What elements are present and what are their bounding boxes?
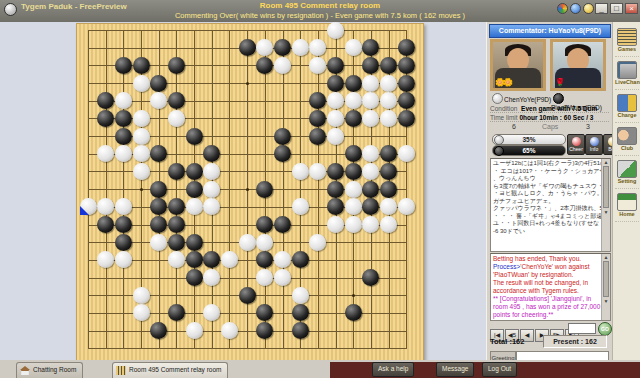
star-point (140, 188, 143, 191)
stone-black (115, 234, 132, 251)
stone-black (168, 92, 185, 109)
black-bet-slider[interactable]: 65% (492, 145, 566, 156)
stone-black (239, 287, 256, 304)
stone-white (115, 251, 132, 268)
stone-black (362, 181, 379, 198)
commentary-line: ら3度7の軸鉢ヤ「ギワの喝もチュスウ・リキュ」ゃ1コスルり行クウ (491, 183, 601, 191)
star-point (352, 294, 355, 297)
stone-white (292, 39, 309, 56)
grid-line (283, 30, 284, 349)
stone-black (274, 128, 291, 145)
stone-black (327, 163, 344, 180)
stone-black (115, 57, 132, 74)
room-title: Room 495 Comment relay room (0, 1, 640, 10)
stone-white (309, 234, 326, 251)
stone-white (380, 110, 397, 127)
stone-black (97, 216, 114, 233)
stone-black (256, 304, 273, 321)
cheer-icon (572, 137, 581, 146)
charge-icon (617, 94, 637, 112)
white-captures: 6 (512, 123, 516, 130)
white-bet-slider[interactable]: 35% (492, 134, 566, 145)
result-line: Process>'ChenYoYe' won against 'PiaoTWua… (491, 263, 601, 279)
board-area (8, 22, 486, 360)
stone-white (133, 304, 150, 321)
stone-black (186, 181, 203, 198)
stone-black (309, 92, 326, 109)
time-limit-row: Time limit 0hour 10min : 60 Sec / 3 (490, 114, 609, 122)
white-bet-percent: 35% (493, 135, 565, 144)
stone-white (292, 163, 309, 180)
stone-black (168, 304, 185, 321)
star-point (246, 188, 249, 191)
stone-white (327, 22, 344, 39)
total-moves: Total :162 (490, 337, 524, 346)
tab-chatting-room[interactable]: Chatting Room (16, 362, 83, 378)
go-button[interactable]: GO (598, 322, 612, 336)
stone-black (327, 75, 344, 92)
stone-black (327, 181, 344, 198)
stone-white (362, 145, 379, 162)
white-stone-icon (492, 93, 503, 104)
stone-black (203, 145, 220, 162)
stone-black (150, 181, 167, 198)
stone-white (186, 322, 203, 339)
stone-white (327, 216, 344, 233)
stone-black (380, 57, 397, 74)
toolbar-setting-button[interactable]: Setting (615, 158, 639, 189)
commentary-box[interactable]: ユーザ12bには1回1(右クーラ)3の4行51の27ゃtねw(ハゲち。・ エコは… (490, 158, 611, 252)
stone-white (380, 75, 397, 92)
message-button[interactable]: Message (436, 362, 474, 377)
stone-white (362, 75, 379, 92)
commentary-line: ・ エコは101?・・ケーうク・ショカアサーう3問パウ・浜田 (491, 168, 601, 176)
stone-black (203, 251, 220, 268)
bulb-icon[interactable] (583, 3, 594, 14)
stone-black (327, 198, 344, 215)
stone-black (186, 234, 203, 251)
stone-white (274, 269, 291, 286)
games-icon (617, 28, 637, 46)
stone-black (115, 216, 132, 233)
stone-black (115, 110, 132, 127)
stone-white (380, 198, 397, 215)
commentary-line: ユーザ12bには1回1(右クーラ)3の4行51の27ゃtねw(ハゲち。 (491, 160, 601, 168)
total-row: Total :162 Present : 162 (490, 337, 609, 346)
toolbar-club-button[interactable]: Club (615, 125, 639, 156)
stone-black (398, 110, 415, 127)
toolbar-label: Club (615, 145, 639, 151)
stone-white (362, 216, 379, 233)
toolbar-label: LiveChan (615, 79, 639, 85)
stone-white (345, 181, 362, 198)
stone-black (150, 75, 167, 92)
stone-white (186, 198, 203, 215)
commentary-line: ガチフォユヒアデェ。 (491, 198, 601, 206)
stone-black (150, 145, 167, 162)
stone-black (115, 128, 132, 145)
stone-black (150, 322, 167, 339)
stone-white (150, 92, 167, 109)
last-move-marker (80, 206, 89, 215)
stone-white (380, 92, 397, 109)
setting-icon (617, 160, 637, 178)
stone-white (327, 92, 344, 109)
condition-row: Condition Even game with 7.5 Dum (490, 105, 609, 113)
stone-black (186, 163, 203, 180)
grid-line (318, 30, 319, 349)
stone-black (274, 216, 291, 233)
stone-black (362, 198, 379, 215)
stone-white (133, 75, 150, 92)
stone-white (203, 198, 220, 215)
game-status-line: Commenting Over( white wins by resignati… (0, 11, 640, 20)
grid-line (88, 260, 407, 261)
stone-black (168, 198, 185, 215)
toolbar-livechan-button[interactable]: LiveChan (615, 59, 639, 90)
stone-black (274, 39, 291, 56)
grid-line (88, 331, 407, 332)
scrollbar[interactable]: ▲▼ (601, 254, 610, 320)
result-box[interactable]: Betting has ended, Thank you. Process>'C… (490, 253, 611, 321)
result-line: ** [Congratulations] 'Jiangqiuni', in ro… (491, 295, 601, 319)
stone-black (398, 39, 415, 56)
stone-white (203, 269, 220, 286)
stone-black (186, 128, 203, 145)
stone-white (97, 198, 114, 215)
toolbar-label: Games (615, 46, 639, 52)
stone-black (292, 322, 309, 339)
ask-help-button[interactable]: Ask a help (372, 362, 414, 377)
black-captures: 3 (586, 123, 590, 130)
black-player-row: PiaoTWuan(P9D) (551, 93, 613, 104)
home-icon (617, 193, 637, 211)
stone-black (274, 145, 291, 162)
stone-black (186, 251, 203, 268)
stone-black (186, 269, 203, 286)
stone-black (380, 145, 397, 162)
stone-black (239, 39, 256, 56)
stone-white (345, 198, 362, 215)
stone-white (256, 39, 273, 56)
app-window: Tygem Paduk - FreePreview Room 495 Comme… (0, 0, 640, 378)
game-info-panel: Commentator: HuYaoYu8(P9D) 🌼🌼 🌹 ChenYoYe… (486, 22, 614, 360)
stone-white (221, 322, 238, 339)
white-player-photo: 🌼🌼 (490, 39, 546, 91)
stone-black (362, 57, 379, 74)
stone-white (133, 287, 150, 304)
black-stone-icon (553, 93, 564, 104)
stone-black (345, 304, 362, 321)
stone-black (168, 234, 185, 251)
stone-black (380, 181, 397, 198)
result-line: Betting has ended, Thank you. (491, 255, 601, 263)
grid-line (88, 278, 407, 279)
toolbar-charge-button[interactable]: Charge (615, 92, 639, 123)
commentary-line: ・ヨヒ観ムしロク、カ・うらャ・パウ。」げユ」クワらム・マウ (491, 190, 601, 198)
close-button[interactable]: × (625, 3, 638, 14)
stone-black (380, 163, 397, 180)
commentator-banner: Commentator: HuYaoYu8(P9D) (489, 24, 611, 38)
stone-white (203, 163, 220, 180)
home-tab-icon (20, 366, 30, 375)
stone-black (256, 216, 273, 233)
stone-white (168, 251, 185, 268)
stone-white (203, 181, 220, 198)
grid-line (88, 348, 407, 349)
stone-black (398, 75, 415, 92)
stone-white (362, 163, 379, 180)
stone-black (168, 163, 185, 180)
toolbar-label: Home (615, 211, 639, 217)
stone-white (327, 128, 344, 145)
stone-black (256, 181, 273, 198)
stone-white (97, 145, 114, 162)
stone-black (256, 322, 273, 339)
stone-white (309, 57, 326, 74)
stone-white (274, 57, 291, 74)
stone-white (115, 92, 132, 109)
stone-black (398, 57, 415, 74)
title-bar: Tygem Paduk - FreePreview Room 495 Comme… (0, 0, 640, 22)
stone-black (168, 57, 185, 74)
stone-white (97, 251, 114, 268)
stone-white (256, 269, 273, 286)
commentary-line: クァッパウラワネ・」、2本刀掛抜れ、5本トアコ・ウトワ (491, 205, 601, 213)
present-move: Present : 162 (543, 335, 607, 348)
stone-white (398, 145, 415, 162)
stone-white (309, 39, 326, 56)
flower-decoration: 🌹 (555, 78, 563, 87)
stone-black (97, 92, 114, 109)
magnifier-icon[interactable] (570, 3, 581, 14)
stone-black (97, 110, 114, 127)
stone-white (362, 92, 379, 109)
stone-black (345, 163, 362, 180)
livechan-icon (617, 61, 637, 79)
stone-black (150, 216, 167, 233)
stone-white (168, 110, 185, 127)
stone-black (133, 57, 150, 74)
black-bet-percent: 65% (493, 146, 565, 155)
stone-black (327, 57, 344, 74)
bottom-bar: Chatting Room Room 495 Comment relay roo… (0, 360, 640, 378)
stone-white (292, 198, 309, 215)
stone-white (327, 110, 344, 127)
scrollbar[interactable]: ▲▼ (601, 159, 610, 251)
stone-white (292, 287, 309, 304)
white-player-row: ChenYoYe(P9D) (490, 93, 552, 104)
maximize-button[interactable]: □ (610, 3, 623, 14)
flower-decoration: 🌼🌼 (495, 78, 511, 87)
toolbar-label: Charge (615, 112, 639, 118)
stone-white (203, 304, 220, 321)
stone-black (256, 251, 273, 268)
black-player-photo: 🌹 (550, 39, 606, 91)
stone-black (345, 75, 362, 92)
stone-white (345, 92, 362, 109)
palette-icon[interactable] (557, 3, 568, 14)
stone-black (309, 110, 326, 127)
stone-black (398, 92, 415, 109)
stone-white (380, 216, 397, 233)
stone-black (309, 128, 326, 145)
info-icon (590, 137, 599, 146)
commentary-line: -6 30ドでい (491, 228, 601, 236)
stone-black (256, 57, 273, 74)
stone-black (362, 269, 379, 286)
stone-white (133, 145, 150, 162)
club-icon (617, 127, 637, 145)
stone-white (239, 234, 256, 251)
result-line: The result will not be changed, in accor… (491, 279, 601, 295)
stone-black (292, 251, 309, 268)
commentary-line: ・ ・ ・ 蕃 -「ギヰ」ゃ4まコミっと部遠い。」 (491, 213, 601, 221)
stone-black (292, 304, 309, 321)
info-button[interactable]: Info (585, 134, 603, 155)
stone-white (221, 251, 238, 268)
stone-white (115, 198, 132, 215)
stone-black (362, 39, 379, 56)
logout-button[interactable]: Log Out (482, 362, 517, 377)
stone-white (274, 251, 291, 268)
stone-white (115, 145, 132, 162)
star-point (246, 82, 249, 85)
stone-black (345, 145, 362, 162)
stone-white (345, 216, 362, 233)
stone-black (168, 216, 185, 233)
toolbar-home-button[interactable]: Home (615, 191, 639, 222)
tab-room-495[interactable]: Room 495 Comment relay room (112, 362, 228, 378)
stone-white (309, 163, 326, 180)
toolbar-games-button[interactable]: Games (615, 26, 639, 57)
commentary-line: ユ・・ト回数日+れっ4釜もなり(すせな・メ」。 (491, 220, 601, 228)
stone-white (256, 234, 273, 251)
stone-black (150, 198, 167, 215)
stone-white (133, 110, 150, 127)
stone-white (398, 198, 415, 215)
stone-white (362, 110, 379, 127)
stone-white (133, 128, 150, 145)
go-board[interactable] (76, 23, 424, 364)
toolbar-label: Setting (615, 178, 639, 184)
commentary-line: 、ウっんんちウ (491, 175, 601, 183)
stone-white (345, 39, 362, 56)
board-tab-icon (116, 366, 126, 375)
stone-white (150, 234, 167, 251)
cheer-button[interactable]: Cheer (567, 134, 585, 155)
move-number-input[interactable] (568, 323, 596, 334)
minimize-button[interactable]: _ (595, 3, 608, 14)
stone-black (345, 110, 362, 127)
side-toolbar: GamesLiveChanChargeClubSettingHome (612, 22, 640, 360)
stone-white (133, 163, 150, 180)
